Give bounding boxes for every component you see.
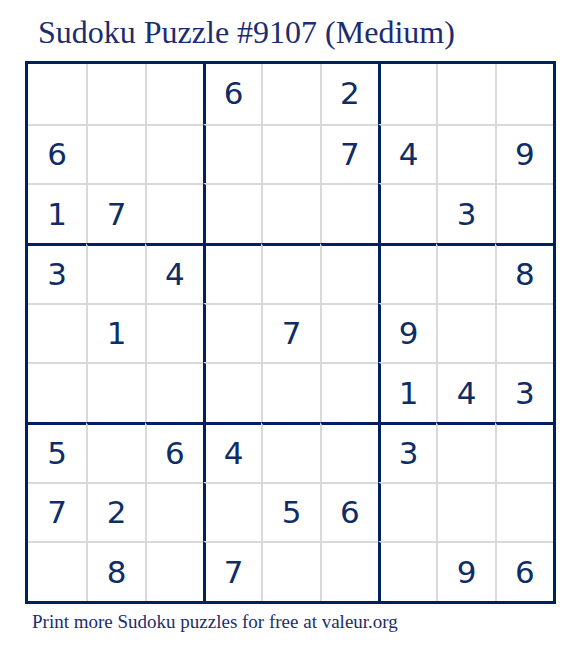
cell-r8c2[interactable]: 2 [86, 482, 144, 542]
cell-r4c6[interactable] [320, 243, 378, 303]
cell-r8c7[interactable] [378, 482, 436, 542]
cell-r6c9[interactable]: 3 [495, 362, 553, 422]
cell-r9c7[interactable] [378, 541, 436, 601]
cell-r4c3[interactable]: 4 [145, 243, 203, 303]
cell-r1c2[interactable] [86, 64, 144, 124]
cell-r5c7[interactable]: 9 [378, 303, 436, 363]
cell-r7c4[interactable]: 4 [203, 422, 261, 482]
cell-r7c9[interactable] [495, 422, 553, 482]
cell-r1c8[interactable] [436, 64, 494, 124]
cell-r3c8[interactable]: 3 [436, 183, 494, 243]
cell-r1c1[interactable] [28, 64, 86, 124]
cell-r8c4[interactable] [203, 482, 261, 542]
cell-r2c1[interactable]: 6 [28, 124, 86, 184]
cell-r4c4[interactable] [203, 243, 261, 303]
cell-r6c5[interactable] [261, 362, 319, 422]
page-title: Sudoku Puzzle #9107 (Medium) [38, 14, 455, 51]
cell-r8c8[interactable] [436, 482, 494, 542]
cell-r9c6[interactable] [320, 541, 378, 601]
cell-r9c9[interactable]: 6 [495, 541, 553, 601]
cell-r3c9[interactable] [495, 183, 553, 243]
cell-r5c9[interactable] [495, 303, 553, 363]
cell-r9c1[interactable] [28, 541, 86, 601]
cell-r4c9[interactable]: 8 [495, 243, 553, 303]
cell-r3c1[interactable]: 1 [28, 183, 86, 243]
cell-r3c5[interactable] [261, 183, 319, 243]
cell-r5c8[interactable] [436, 303, 494, 363]
cell-r2c3[interactable] [145, 124, 203, 184]
cell-r7c6[interactable] [320, 422, 378, 482]
cell-r9c2[interactable]: 8 [86, 541, 144, 601]
cell-r8c5[interactable]: 5 [261, 482, 319, 542]
cell-r8c3[interactable] [145, 482, 203, 542]
cell-r3c4[interactable] [203, 183, 261, 243]
cell-r3c2[interactable]: 7 [86, 183, 144, 243]
cell-r6c6[interactable] [320, 362, 378, 422]
cell-r3c6[interactable] [320, 183, 378, 243]
cell-r6c3[interactable] [145, 362, 203, 422]
cell-r9c3[interactable] [145, 541, 203, 601]
cell-r6c2[interactable] [86, 362, 144, 422]
cell-r1c5[interactable] [261, 64, 319, 124]
cell-r2c4[interactable] [203, 124, 261, 184]
cell-r3c3[interactable] [145, 183, 203, 243]
cell-r1c7[interactable] [378, 64, 436, 124]
footer-text: Print more Sudoku puzzles for free at va… [32, 611, 398, 633]
cell-r7c3[interactable]: 6 [145, 422, 203, 482]
cell-r6c4[interactable] [203, 362, 261, 422]
cell-r8c6[interactable]: 6 [320, 482, 378, 542]
cell-r7c1[interactable]: 5 [28, 422, 86, 482]
cell-r8c9[interactable] [495, 482, 553, 542]
cell-r2c8[interactable] [436, 124, 494, 184]
cell-r1c9[interactable] [495, 64, 553, 124]
cell-r9c5[interactable] [261, 541, 319, 601]
cell-r2c6[interactable]: 7 [320, 124, 378, 184]
cell-r2c9[interactable]: 9 [495, 124, 553, 184]
cell-r5c1[interactable] [28, 303, 86, 363]
sudoku-grid: 626749173348179143564372568796 [25, 61, 556, 604]
cell-r6c8[interactable]: 4 [436, 362, 494, 422]
cell-r7c2[interactable] [86, 422, 144, 482]
cell-r6c1[interactable] [28, 362, 86, 422]
cell-r5c6[interactable] [320, 303, 378, 363]
cell-r5c3[interactable] [145, 303, 203, 363]
cell-r1c4[interactable]: 6 [203, 64, 261, 124]
cell-r7c7[interactable]: 3 [378, 422, 436, 482]
cell-r2c2[interactable] [86, 124, 144, 184]
cell-r5c5[interactable]: 7 [261, 303, 319, 363]
cell-r7c5[interactable] [261, 422, 319, 482]
cell-r3c7[interactable] [378, 183, 436, 243]
cell-r4c5[interactable] [261, 243, 319, 303]
sudoku-page: Sudoku Puzzle #9107 (Medium) 62674917334… [0, 0, 574, 651]
cell-r7c8[interactable] [436, 422, 494, 482]
cell-r5c4[interactable] [203, 303, 261, 363]
cell-r9c4[interactable]: 7 [203, 541, 261, 601]
cell-r4c2[interactable] [86, 243, 144, 303]
cell-r8c1[interactable]: 7 [28, 482, 86, 542]
cell-r4c7[interactable] [378, 243, 436, 303]
cell-r2c5[interactable] [261, 124, 319, 184]
cell-r6c7[interactable]: 1 [378, 362, 436, 422]
cell-r2c7[interactable]: 4 [378, 124, 436, 184]
cell-r4c1[interactable]: 3 [28, 243, 86, 303]
cell-r5c2[interactable]: 1 [86, 303, 144, 363]
cell-r9c8[interactable]: 9 [436, 541, 494, 601]
cell-r4c8[interactable] [436, 243, 494, 303]
cell-r1c3[interactable] [145, 64, 203, 124]
cell-r1c6[interactable]: 2 [320, 64, 378, 124]
